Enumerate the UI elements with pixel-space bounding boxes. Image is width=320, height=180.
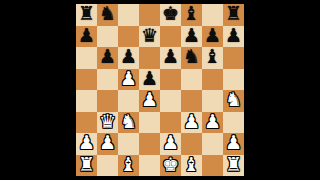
square-h7[interactable]: ♟ (223, 26, 244, 48)
square-c8[interactable] (118, 4, 139, 26)
square-a3[interactable] (76, 112, 97, 134)
square-f1[interactable]: ♝ (181, 155, 202, 177)
square-c6[interactable]: ♟ (118, 47, 139, 69)
piece-white-pawn-h2[interactable]: ♟ (225, 133, 242, 152)
square-e3[interactable] (160, 112, 181, 134)
chess-board: ♜♞♚♝♜♟♛♟♟♟♟♟♟♞♝♟♟♟♞♛♞♟♟♟♟♟♟♜♝♚♝♜ (76, 4, 244, 176)
square-h3[interactable] (223, 112, 244, 134)
square-d7[interactable]: ♛ (139, 26, 160, 48)
piece-white-knight-h4[interactable]: ♞ (225, 90, 242, 109)
square-b1[interactable] (97, 155, 118, 177)
piece-white-knight-c3[interactable]: ♞ (120, 112, 137, 131)
square-h2[interactable]: ♟ (223, 133, 244, 155)
square-d2[interactable] (139, 133, 160, 155)
square-g7[interactable]: ♟ (202, 26, 223, 48)
square-c5[interactable]: ♟ (118, 69, 139, 91)
square-c4[interactable] (118, 90, 139, 112)
square-e4[interactable] (160, 90, 181, 112)
piece-white-pawn-c5[interactable]: ♟ (120, 69, 137, 88)
piece-white-pawn-b2[interactable]: ♟ (99, 133, 116, 152)
piece-white-bishop-f1[interactable]: ♝ (183, 155, 200, 174)
piece-black-rook-h8[interactable]: ♜ (225, 4, 242, 23)
square-e8[interactable]: ♚ (160, 4, 181, 26)
piece-white-pawn-f3[interactable]: ♟ (183, 112, 200, 131)
square-e1[interactable]: ♚ (160, 155, 181, 177)
piece-black-queen-d7[interactable]: ♛ (141, 26, 158, 45)
square-g4[interactable] (202, 90, 223, 112)
square-h4[interactable]: ♞ (223, 90, 244, 112)
square-b7[interactable] (97, 26, 118, 48)
square-g8[interactable] (202, 4, 223, 26)
square-a6[interactable] (76, 47, 97, 69)
piece-white-bishop-c1[interactable]: ♝ (120, 155, 137, 174)
piece-black-pawn-a7[interactable]: ♟ (78, 26, 95, 45)
square-b3[interactable]: ♛ (97, 112, 118, 134)
square-b5[interactable] (97, 69, 118, 91)
piece-white-pawn-d4[interactable]: ♟ (141, 90, 158, 109)
square-d8[interactable] (139, 4, 160, 26)
piece-black-knight-b8[interactable]: ♞ (99, 4, 116, 23)
square-e6[interactable]: ♟ (160, 47, 181, 69)
square-h1[interactable]: ♜ (223, 155, 244, 177)
square-h8[interactable]: ♜ (223, 4, 244, 26)
square-b8[interactable]: ♞ (97, 4, 118, 26)
piece-black-pawn-d5[interactable]: ♟ (141, 69, 158, 88)
piece-white-rook-h1[interactable]: ♜ (225, 155, 242, 174)
piece-black-pawn-g7[interactable]: ♟ (204, 26, 221, 45)
square-a4[interactable] (76, 90, 97, 112)
piece-black-bishop-g6[interactable]: ♝ (204, 47, 221, 66)
square-f7[interactable]: ♟ (181, 26, 202, 48)
square-a8[interactable]: ♜ (76, 4, 97, 26)
piece-white-pawn-a2[interactable]: ♟ (78, 133, 95, 152)
square-e5[interactable] (160, 69, 181, 91)
square-c1[interactable]: ♝ (118, 155, 139, 177)
square-g1[interactable] (202, 155, 223, 177)
square-d5[interactable]: ♟ (139, 69, 160, 91)
square-f3[interactable]: ♟ (181, 112, 202, 134)
square-f2[interactable] (181, 133, 202, 155)
piece-black-pawn-e6[interactable]: ♟ (162, 47, 179, 66)
square-e2[interactable]: ♟ (160, 133, 181, 155)
square-e7[interactable] (160, 26, 181, 48)
piece-white-pawn-g3[interactable]: ♟ (204, 112, 221, 131)
square-a7[interactable]: ♟ (76, 26, 97, 48)
piece-black-knight-f6[interactable]: ♞ (183, 47, 200, 66)
square-g3[interactable]: ♟ (202, 112, 223, 134)
square-g6[interactable]: ♝ (202, 47, 223, 69)
piece-black-pawn-h7[interactable]: ♟ (225, 26, 242, 45)
square-b4[interactable] (97, 90, 118, 112)
square-h5[interactable] (223, 69, 244, 91)
video-frame: ♜♞♚♝♜♟♛♟♟♟♟♟♟♞♝♟♟♟♞♛♞♟♟♟♟♟♟♜♝♚♝♜ (0, 0, 320, 180)
piece-black-bishop-f8[interactable]: ♝ (183, 4, 200, 23)
piece-white-rook-a1[interactable]: ♜ (78, 155, 95, 174)
square-f5[interactable] (181, 69, 202, 91)
square-a1[interactable]: ♜ (76, 155, 97, 177)
piece-black-pawn-b6[interactable]: ♟ (99, 47, 116, 66)
square-f8[interactable]: ♝ (181, 4, 202, 26)
square-d3[interactable] (139, 112, 160, 134)
square-c2[interactable] (118, 133, 139, 155)
square-h6[interactable] (223, 47, 244, 69)
square-g5[interactable] (202, 69, 223, 91)
piece-black-rook-a8[interactable]: ♜ (78, 4, 95, 23)
piece-black-pawn-f7[interactable]: ♟ (183, 26, 200, 45)
piece-black-pawn-c6[interactable]: ♟ (120, 47, 137, 66)
piece-white-queen-b3[interactable]: ♛ (99, 112, 116, 131)
square-c7[interactable] (118, 26, 139, 48)
square-d6[interactable] (139, 47, 160, 69)
square-d4[interactable]: ♟ (139, 90, 160, 112)
piece-white-king-e1[interactable]: ♚ (162, 155, 179, 174)
square-d1[interactable] (139, 155, 160, 177)
piece-white-pawn-e2[interactable]: ♟ (162, 133, 179, 152)
square-a5[interactable] (76, 69, 97, 91)
square-f6[interactable]: ♞ (181, 47, 202, 69)
square-a2[interactable]: ♟ (76, 133, 97, 155)
square-c3[interactable]: ♞ (118, 112, 139, 134)
square-b2[interactable]: ♟ (97, 133, 118, 155)
square-f4[interactable] (181, 90, 202, 112)
square-b6[interactable]: ♟ (97, 47, 118, 69)
piece-black-king-e8[interactable]: ♚ (162, 4, 179, 23)
square-g2[interactable] (202, 133, 223, 155)
